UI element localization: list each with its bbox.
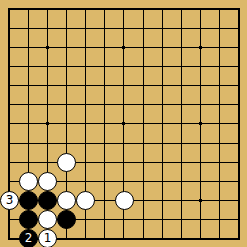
white-stone <box>57 191 76 210</box>
board-surface[interactable]: 321 <box>0 0 247 247</box>
white-stone <box>115 191 134 210</box>
black-stone <box>19 210 38 229</box>
white-stone-move-1: 1 <box>38 229 57 247</box>
black-stone <box>38 191 57 210</box>
go-board-diagram: 321 <box>0 0 247 247</box>
white-stone <box>38 172 57 191</box>
black-stone <box>57 210 76 229</box>
black-stone-move-2: 2 <box>19 229 38 247</box>
white-stone <box>38 210 57 229</box>
black-stone <box>19 191 38 210</box>
white-stone <box>57 153 76 172</box>
white-stone <box>19 172 38 191</box>
white-stone-move-3: 3 <box>0 191 19 210</box>
white-stone <box>76 191 95 210</box>
